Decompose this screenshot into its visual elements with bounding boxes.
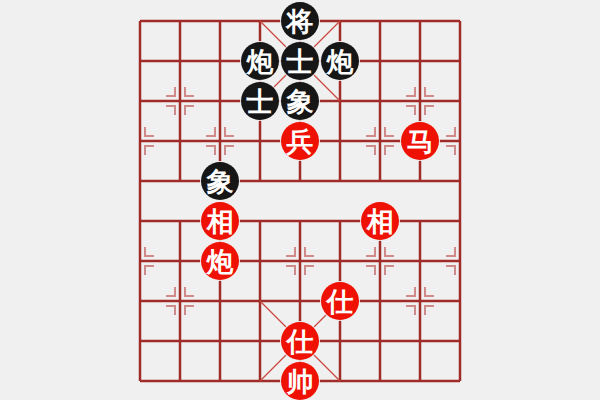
piece-red-horse[interactable]: 马 [401, 122, 439, 160]
piece-black-elephant-2[interactable]: 象 [201, 162, 239, 200]
piece-red-elephant-left[interactable]: 相 [201, 202, 239, 240]
piece-red-advisor-2[interactable]: 仕 [281, 322, 319, 360]
piece-black-advisor-2[interactable]: 士 [241, 82, 279, 120]
piece-black-cannon-right[interactable]: 炮 [321, 42, 359, 80]
piece-black-general[interactable]: 将 [281, 2, 319, 40]
piece-layer: 将炮士炮士象兵马象相相炮仕仕帅 [120, 1, 480, 400]
piece-red-pawn[interactable]: 兵 [281, 122, 319, 160]
piece-black-advisor-1[interactable]: 士 [281, 42, 319, 80]
piece-black-cannon-left[interactable]: 炮 [241, 42, 279, 80]
piece-red-cannon[interactable]: 炮 [201, 242, 239, 280]
piece-red-elephant-right[interactable]: 相 [361, 202, 399, 240]
xiangqi-board: 将炮士炮士象兵马象相相炮仕仕帅 [140, 21, 460, 381]
piece-red-king[interactable]: 帅 [281, 362, 319, 400]
xiangqi-screen: 将炮士炮士象兵马象相相炮仕仕帅 [0, 0, 600, 400]
piece-black-elephant-1[interactable]: 象 [281, 82, 319, 120]
piece-red-advisor-1[interactable]: 仕 [321, 282, 359, 320]
